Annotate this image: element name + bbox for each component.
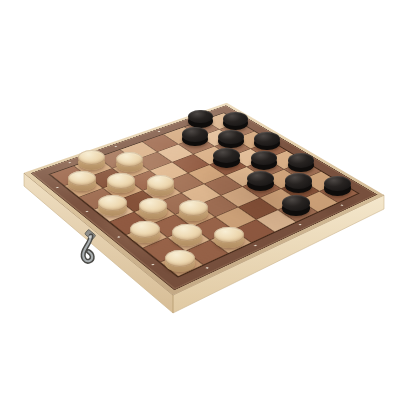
metal-clasp-icon [83, 229, 96, 261]
product-photo-checkers-set: Checkers (Draughts) — wooden folding boa… [0, 0, 416, 416]
clasp-overlay [0, 0, 416, 416]
